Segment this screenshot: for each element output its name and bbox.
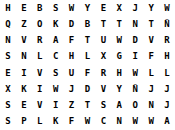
grid-cell-r6c8[interactable]: Y	[111, 81, 127, 97]
grid-cell-r5c6[interactable]: F	[80, 65, 96, 81]
grid-cell-r4c4[interactable]: C	[48, 49, 64, 65]
grid-cell-r8c6[interactable]: W	[80, 114, 96, 130]
grid-cell-r5c9[interactable]: W	[127, 65, 143, 81]
grid-cell-r1c6[interactable]: Y	[80, 0, 96, 16]
grid-cell-r5c10[interactable]: L	[143, 65, 159, 81]
grid-cell-r2c1[interactable]: Q	[0, 16, 16, 32]
grid-cell-r6c10[interactable]: J	[143, 81, 159, 97]
grid-cell-r4c3[interactable]: L	[32, 49, 48, 65]
grid-cell-r4c6[interactable]: L	[80, 49, 96, 65]
grid-cell-r4c11[interactable]: H	[159, 49, 175, 65]
grid-cell-r1c3[interactable]: B	[32, 0, 48, 16]
grid-cell-r6c4[interactable]: W	[48, 81, 64, 97]
grid-cell-r6c3[interactable]: I	[32, 81, 48, 97]
grid-cell-r3c7[interactable]: U	[95, 33, 111, 49]
grid-cell-r6c6[interactable]: D	[80, 81, 96, 97]
grid-cell-r4c2[interactable]: N	[16, 49, 32, 65]
grid-cell-r2c10[interactable]: T	[143, 16, 159, 32]
grid-cell-r5c11[interactable]: L	[159, 65, 175, 81]
grid-cell-r3c10[interactable]: V	[143, 33, 159, 49]
grid-cell-r3c8[interactable]: W	[111, 33, 127, 49]
grid-cell-r7c10[interactable]: N	[143, 98, 159, 114]
grid-cell-r4c10[interactable]: F	[143, 49, 159, 65]
grid-cell-r7c5[interactable]: Z	[64, 98, 80, 114]
grid-cell-r8c8[interactable]: N	[111, 114, 127, 130]
grid-cell-r8c9[interactable]: W	[127, 114, 143, 130]
grid-cell-r3c1[interactable]: N	[0, 33, 16, 49]
grid-cell-r4c5[interactable]: H	[64, 49, 80, 65]
grid-cell-r5c2[interactable]: I	[16, 65, 32, 81]
grid-cell-r6c11[interactable]: J	[159, 81, 175, 97]
grid-cell-r3c5[interactable]: F	[64, 33, 80, 49]
grid-cell-r3c11[interactable]: R	[159, 33, 175, 49]
grid-cell-r3c6[interactable]: T	[80, 33, 96, 49]
grid-cell-r8c1[interactable]: S	[0, 114, 16, 130]
grid-cell-r1c8[interactable]: X	[111, 0, 127, 16]
grid-cell-r8c2[interactable]: P	[16, 114, 32, 130]
grid-cell-r4c9[interactable]: I	[127, 49, 143, 65]
grid-cell-r3c4[interactable]: A	[48, 33, 64, 49]
grid-cell-r2c9[interactable]: N	[127, 16, 143, 32]
grid-cell-r7c9[interactable]: O	[127, 98, 143, 114]
grid-cell-r5c1[interactable]: E	[0, 65, 16, 81]
grid-cell-r8c7[interactable]: C	[95, 114, 111, 130]
grid-cell-r2c7[interactable]: T	[95, 16, 111, 32]
grid-cell-r8c10[interactable]: W	[143, 114, 159, 130]
grid-cell-r1c10[interactable]: Y	[143, 0, 159, 16]
grid-cell-r1c1[interactable]: H	[0, 0, 16, 16]
grid-cell-r8c11[interactable]: A	[159, 114, 175, 130]
grid-cell-r7c3[interactable]: V	[32, 98, 48, 114]
grid-cell-r4c1[interactable]: S	[0, 49, 16, 65]
grid-cell-r7c6[interactable]: T	[80, 98, 96, 114]
grid-cell-r6c7[interactable]: V	[95, 81, 111, 97]
grid-cell-r7c8[interactable]: A	[111, 98, 127, 114]
grid-cell-r8c5[interactable]: F	[64, 114, 80, 130]
grid-cell-r1c11[interactable]: W	[159, 0, 175, 16]
grid-cell-r5c8[interactable]: H	[111, 65, 127, 81]
word-search-grid: HEBSWYEXJYWQZOKDBTTNTÑNVRAFTUWDVRSNLCHLX…	[0, 0, 175, 130]
grid-cell-r2c2[interactable]: Z	[16, 16, 32, 32]
grid-cell-r2c6[interactable]: B	[80, 16, 96, 32]
grid-cell-r6c2[interactable]: K	[16, 81, 32, 97]
grid-cell-r2c11[interactable]: Ñ	[159, 16, 175, 32]
grid-cell-r1c9[interactable]: J	[127, 0, 143, 16]
grid-cell-r5c5[interactable]: U	[64, 65, 80, 81]
grid-cell-r1c4[interactable]: S	[48, 0, 64, 16]
grid-cell-r7c1[interactable]: S	[0, 98, 16, 114]
grid-cell-r6c9[interactable]: Ñ	[127, 81, 143, 97]
grid-cell-r3c3[interactable]: R	[32, 33, 48, 49]
grid-cell-r7c4[interactable]: I	[48, 98, 64, 114]
grid-cell-r2c3[interactable]: O	[32, 16, 48, 32]
grid-cell-r4c8[interactable]: G	[111, 49, 127, 65]
grid-cell-r2c8[interactable]: T	[111, 16, 127, 32]
grid-cell-r5c3[interactable]: V	[32, 65, 48, 81]
grid-cell-r7c11[interactable]: J	[159, 98, 175, 114]
grid-cell-r6c5[interactable]: J	[64, 81, 80, 97]
grid-cell-r2c4[interactable]: K	[48, 16, 64, 32]
grid-cell-r1c5[interactable]: W	[64, 0, 80, 16]
grid-cell-r2c5[interactable]: D	[64, 16, 80, 32]
grid-cell-r7c2[interactable]: E	[16, 98, 32, 114]
grid-cell-r3c2[interactable]: V	[16, 33, 32, 49]
grid-cell-r8c4[interactable]: K	[48, 114, 64, 130]
grid-cell-r3c9[interactable]: D	[127, 33, 143, 49]
grid-cell-r5c4[interactable]: S	[48, 65, 64, 81]
grid-cell-r8c3[interactable]: L	[32, 114, 48, 130]
grid-cell-r1c2[interactable]: E	[16, 0, 32, 16]
grid-cell-r5c7[interactable]: R	[95, 65, 111, 81]
grid-cell-r6c1[interactable]: X	[0, 81, 16, 97]
grid-cell-r1c7[interactable]: E	[95, 0, 111, 16]
grid-cell-r7c7[interactable]: S	[95, 98, 111, 114]
grid-cell-r4c7[interactable]: X	[95, 49, 111, 65]
